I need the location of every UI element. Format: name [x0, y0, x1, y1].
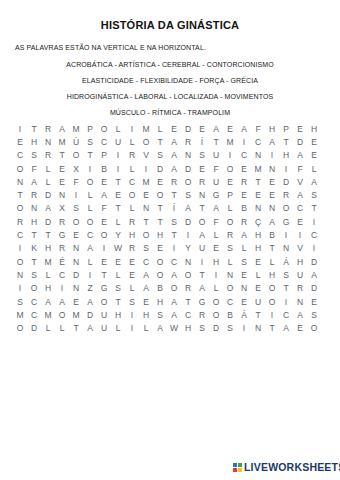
grid-cell[interactable]: H — [139, 308, 153, 321]
grid-cell[interactable]: A — [279, 321, 293, 334]
grid-cell[interactable]: L — [125, 162, 139, 175]
grid-cell[interactable]: L — [83, 202, 97, 215]
grid-cell[interactable]: C — [13, 149, 27, 162]
grid-cell[interactable]: E — [307, 135, 321, 148]
grid-cell[interactable]: L — [41, 162, 55, 175]
grid-cell[interactable]: F — [293, 162, 307, 175]
grid-cell[interactable]: O — [167, 282, 181, 295]
grid-cell[interactable]: D — [41, 188, 55, 201]
grid-cell[interactable]: S — [125, 295, 139, 308]
grid-cell[interactable]: A — [167, 268, 181, 281]
grid-cell[interactable]: I — [83, 268, 97, 281]
grid-cell[interactable]: C — [181, 308, 195, 321]
grid-cell[interactable]: C — [223, 295, 237, 308]
grid-cell[interactable]: S — [139, 242, 153, 255]
grid-cell[interactable]: L — [209, 228, 223, 241]
grid-cell[interactable]: Í — [167, 202, 181, 215]
grid-cell[interactable]: N — [41, 135, 55, 148]
grid-cell[interactable]: B — [223, 308, 237, 321]
grid-cell[interactable]: M — [223, 135, 237, 148]
grid-cell[interactable]: E — [251, 255, 265, 268]
grid-cell[interactable]: H — [27, 215, 41, 228]
grid-cell[interactable]: T — [97, 268, 111, 281]
grid-cell[interactable]: R — [41, 122, 55, 135]
grid-cell[interactable]: T — [153, 135, 167, 148]
grid-cell[interactable]: A — [153, 321, 167, 334]
grid-cell[interactable]: I — [181, 228, 195, 241]
grid-cell[interactable]: A — [167, 295, 181, 308]
grid-cell[interactable]: R — [279, 188, 293, 201]
grid-cell[interactable]: O — [69, 215, 83, 228]
grid-cell[interactable]: M — [139, 122, 153, 135]
grid-cell[interactable]: N — [251, 149, 265, 162]
grid-cell[interactable]: R — [237, 175, 251, 188]
grid-cell[interactable]: O — [307, 321, 321, 334]
grid-cell[interactable]: R — [195, 175, 209, 188]
grid-cell[interactable]: A — [195, 228, 209, 241]
grid-cell[interactable]: I — [13, 282, 27, 295]
grid-cell[interactable]: O — [13, 321, 27, 334]
grid-cell[interactable]: N — [181, 255, 195, 268]
grid-cell[interactable]: L — [265, 255, 279, 268]
grid-cell[interactable]: A — [167, 135, 181, 148]
grid-cell[interactable]: E — [195, 122, 209, 135]
grid-cell[interactable]: V — [139, 149, 153, 162]
grid-cell[interactable]: T — [27, 122, 41, 135]
grid-cell[interactable]: G — [209, 188, 223, 201]
grid-cell[interactable]: M — [139, 175, 153, 188]
grid-cell[interactable]: T — [139, 215, 153, 228]
grid-cell[interactable]: C — [307, 228, 321, 241]
grid-cell[interactable]: U — [97, 308, 111, 321]
grid-cell[interactable]: E — [125, 268, 139, 281]
grid-cell[interactable]: O — [13, 255, 27, 268]
grid-cell[interactable]: L — [223, 202, 237, 215]
grid-cell[interactable]: U — [209, 149, 223, 162]
grid-cell[interactable]: I — [195, 255, 209, 268]
grid-cell[interactable]: A — [167, 162, 181, 175]
grid-cell[interactable]: T — [195, 268, 209, 281]
grid-cell[interactable]: S — [167, 215, 181, 228]
grid-cell[interactable]: H — [265, 268, 279, 281]
grid-cell[interactable]: O — [195, 215, 209, 228]
grid-cell[interactable]: N — [69, 255, 83, 268]
grid-cell[interactable]: L — [139, 321, 153, 334]
grid-cell[interactable]: E — [153, 242, 167, 255]
grid-cell[interactable]: I — [125, 122, 139, 135]
grid-cell[interactable]: E — [251, 188, 265, 201]
grid-cell[interactable]: I — [111, 149, 125, 162]
grid-cell[interactable]: F — [251, 122, 265, 135]
grid-cell[interactable]: A — [167, 308, 181, 321]
grid-cell[interactable]: N — [69, 282, 83, 295]
grid-cell[interactable]: R — [167, 175, 181, 188]
grid-cell[interactable]: D — [307, 255, 321, 268]
grid-cell[interactable]: H — [27, 135, 41, 148]
grid-cell[interactable]: U — [195, 242, 209, 255]
grid-cell[interactable]: T — [83, 149, 97, 162]
grid-cell[interactable]: T — [265, 321, 279, 334]
grid-cell[interactable]: E — [209, 242, 223, 255]
grid-cell[interactable]: E — [97, 215, 111, 228]
grid-cell[interactable]: O — [209, 308, 223, 321]
grid-cell[interactable]: S — [307, 188, 321, 201]
grid-cell[interactable]: C — [279, 308, 293, 321]
grid-cell[interactable]: U — [111, 135, 125, 148]
grid-cell[interactable]: L — [111, 321, 125, 334]
grid-cell[interactable]: S — [195, 149, 209, 162]
grid-cell[interactable]: N — [265, 162, 279, 175]
grid-cell[interactable]: D — [307, 282, 321, 295]
grid-cell[interactable]: S — [237, 255, 251, 268]
grid-cell[interactable]: R — [13, 215, 27, 228]
grid-cell[interactable]: A — [41, 202, 55, 215]
grid-cell[interactable]: I — [125, 308, 139, 321]
grid-cell[interactable]: I — [307, 215, 321, 228]
grid-cell[interactable]: M — [55, 135, 69, 148]
grid-cell[interactable]: E — [55, 175, 69, 188]
grid-cell[interactable]: E — [195, 162, 209, 175]
grid-cell[interactable]: A — [209, 122, 223, 135]
grid-cell[interactable]: É — [55, 255, 69, 268]
grid-cell[interactable]: T — [181, 295, 195, 308]
grid-cell[interactable]: Í — [195, 135, 209, 148]
grid-cell[interactable]: L — [223, 255, 237, 268]
grid-cell[interactable]: L — [125, 135, 139, 148]
grid-cell[interactable]: S — [279, 268, 293, 281]
grid-cell[interactable]: H — [41, 242, 55, 255]
grid-cell[interactable]: Á — [279, 255, 293, 268]
grid-cell[interactable]: L — [83, 188, 97, 201]
grid-cell[interactable]: O — [153, 188, 167, 201]
grid-cell[interactable]: L — [111, 215, 125, 228]
grid-cell[interactable]: D — [209, 321, 223, 334]
grid-cell[interactable]: R — [125, 242, 139, 255]
grid-cell[interactable]: M — [41, 255, 55, 268]
grid-cell[interactable]: S — [69, 202, 83, 215]
grid-cell[interactable]: Ç — [251, 215, 265, 228]
grid-cell[interactable]: D — [41, 215, 55, 228]
grid-cell[interactable]: C — [13, 228, 27, 241]
grid-cell[interactable]: O — [27, 282, 41, 295]
grid-cell[interactable]: L — [307, 162, 321, 175]
grid-cell[interactable]: A — [293, 149, 307, 162]
grid-cell[interactable]: C — [251, 135, 265, 148]
grid-cell[interactable]: A — [307, 268, 321, 281]
grid-cell[interactable]: F — [69, 175, 83, 188]
grid-cell[interactable]: N — [237, 282, 251, 295]
grid-cell[interactable]: V — [293, 242, 307, 255]
grid-cell[interactable]: A — [27, 175, 41, 188]
grid-cell[interactable]: O — [125, 188, 139, 201]
grid-cell[interactable]: I — [279, 295, 293, 308]
grid-cell[interactable]: L — [55, 321, 69, 334]
grid-cell[interactable]: R — [125, 149, 139, 162]
grid-cell[interactable]: E — [69, 228, 83, 241]
grid-cell[interactable]: O — [83, 215, 97, 228]
grid-cell[interactable]: H — [125, 228, 139, 241]
grid-cell[interactable]: E — [293, 215, 307, 228]
grid-cell[interactable]: O — [69, 149, 83, 162]
grid-cell[interactable]: F — [27, 162, 41, 175]
liveworksheets-footer[interactable]: LIVEWORKSHEETS — [233, 461, 340, 473]
grid-cell[interactable]: O — [223, 282, 237, 295]
grid-cell[interactable]: L — [153, 122, 167, 135]
grid-cell[interactable]: H — [251, 242, 265, 255]
grid-cell[interactable]: A — [55, 122, 69, 135]
grid-cell[interactable]: I — [265, 308, 279, 321]
grid-cell[interactable]: I — [55, 282, 69, 295]
grid-cell[interactable]: T — [265, 242, 279, 255]
grid-cell[interactable]: W — [111, 242, 125, 255]
grid-cell[interactable]: C — [237, 149, 251, 162]
grid-cell[interactable]: M — [69, 122, 83, 135]
grid-cell[interactable]: C — [83, 228, 97, 241]
grid-cell[interactable]: E — [125, 255, 139, 268]
grid-cell[interactable]: D — [83, 308, 97, 321]
grid-cell[interactable]: Z — [83, 282, 97, 295]
grid-cell[interactable]: B — [237, 202, 251, 215]
grid-cell[interactable]: A — [209, 202, 223, 215]
grid-cell[interactable]: T — [195, 202, 209, 215]
grid-cell[interactable]: T — [111, 202, 125, 215]
grid-cell[interactable]: O — [265, 282, 279, 295]
grid-cell[interactable]: Á — [237, 308, 251, 321]
grid-cell[interactable]: F — [209, 162, 223, 175]
grid-cell[interactable]: H — [153, 295, 167, 308]
grid-cell[interactable]: O — [153, 255, 167, 268]
grid-cell[interactable]: M — [251, 162, 265, 175]
grid-cell[interactable]: T — [279, 135, 293, 148]
grid-cell[interactable]: E — [307, 149, 321, 162]
grid-cell[interactable]: U — [97, 321, 111, 334]
grid-cell[interactable]: Y — [181, 242, 195, 255]
grid-cell[interactable]: D — [27, 321, 41, 334]
grid-cell[interactable]: S — [181, 188, 195, 201]
grid-cell[interactable]: R — [237, 215, 251, 228]
grid-cell[interactable]: A — [97, 188, 111, 201]
grid-cell[interactable]: A — [83, 295, 97, 308]
grid-cell[interactable]: I — [279, 162, 293, 175]
grid-cell[interactable]: S — [195, 321, 209, 334]
grid-cell[interactable]: I — [223, 149, 237, 162]
grid-cell[interactable]: D — [279, 175, 293, 188]
grid-cell[interactable]: E — [111, 188, 125, 201]
grid-cell[interactable]: P — [223, 188, 237, 201]
grid-cell[interactable]: O — [13, 162, 27, 175]
grid-cell[interactable]: S — [13, 295, 27, 308]
grid-cell[interactable]: M — [41, 308, 55, 321]
grid-cell[interactable]: N — [69, 242, 83, 255]
grid-cell[interactable]: N — [195, 188, 209, 201]
grid-cell[interactable]: A — [293, 188, 307, 201]
grid-cell[interactable]: I — [265, 149, 279, 162]
grid-cell[interactable]: I — [13, 242, 27, 255]
grid-cell[interactable]: I — [307, 242, 321, 255]
grid-cell[interactable]: E — [307, 295, 321, 308]
grid-cell[interactable]: O — [139, 135, 153, 148]
grid-cell[interactable]: A — [139, 282, 153, 295]
grid-cell[interactable]: E — [139, 188, 153, 201]
grid-cell[interactable]: E — [251, 282, 265, 295]
grid-cell[interactable]: O — [139, 228, 153, 241]
grid-cell[interactable]: G — [97, 282, 111, 295]
grid-cell[interactable]: A — [307, 175, 321, 188]
grid-cell[interactable]: L — [83, 255, 97, 268]
grid-cell[interactable]: K — [27, 242, 41, 255]
grid-cell[interactable]: O — [181, 175, 195, 188]
grid-cell[interactable]: L — [125, 202, 139, 215]
grid-cell[interactable]: G — [279, 215, 293, 228]
grid-cell[interactable]: E — [97, 255, 111, 268]
grid-cell[interactable]: R — [55, 242, 69, 255]
grid-cell[interactable]: U — [251, 295, 265, 308]
grid-cell[interactable]: E — [237, 162, 251, 175]
grid-cell[interactable]: T — [41, 228, 55, 241]
grid-cell[interactable]: I — [125, 321, 139, 334]
grid-cell[interactable]: R — [41, 149, 55, 162]
grid-cell[interactable]: D — [293, 135, 307, 148]
grid-cell[interactable]: A — [41, 295, 55, 308]
grid-cell[interactable]: C — [293, 202, 307, 215]
grid-cell[interactable]: A — [237, 228, 251, 241]
grid-cell[interactable]: I — [237, 135, 251, 148]
grid-cell[interactable]: S — [153, 149, 167, 162]
grid-cell[interactable]: T — [153, 202, 167, 215]
grid-cell[interactable]: N — [279, 242, 293, 255]
grid-cell[interactable]: Y — [111, 228, 125, 241]
grid-cell[interactable]: O — [97, 295, 111, 308]
grid-cell[interactable]: O — [223, 215, 237, 228]
grid-cell[interactable]: H — [265, 122, 279, 135]
grid-cell[interactable]: I — [97, 242, 111, 255]
grid-cell[interactable]: I — [111, 162, 125, 175]
grid-cell[interactable]: R — [195, 308, 209, 321]
grid-cell[interactable]: N — [27, 202, 41, 215]
grid-cell[interactable]: N — [181, 149, 195, 162]
grid-cell[interactable]: P — [97, 149, 111, 162]
grid-cell[interactable]: R — [181, 135, 195, 148]
grid-cell[interactable]: U — [209, 175, 223, 188]
grid-cell[interactable]: G — [195, 295, 209, 308]
grid-cell[interactable]: L — [41, 321, 55, 334]
grid-cell[interactable]: H — [209, 255, 223, 268]
grid-cell[interactable]: M — [13, 308, 27, 321]
grid-cell[interactable]: S — [27, 149, 41, 162]
grid-cell[interactable]: A — [237, 122, 251, 135]
grid-cell[interactable]: H — [153, 228, 167, 241]
grid-cell[interactable]: T — [27, 228, 41, 241]
grid-cell[interactable]: E — [139, 295, 153, 308]
grid-cell[interactable]: T — [251, 308, 265, 321]
grid-cell[interactable]: T — [27, 255, 41, 268]
grid-cell[interactable]: I — [293, 228, 307, 241]
grid-cell[interactable]: O — [223, 162, 237, 175]
grid-cell[interactable]: E — [55, 162, 69, 175]
grid-cell[interactable]: H — [251, 228, 265, 241]
grid-cell[interactable]: A — [293, 308, 307, 321]
grid-cell[interactable]: D — [181, 122, 195, 135]
grid-cell[interactable]: N — [251, 202, 265, 215]
grid-cell[interactable]: O — [279, 202, 293, 215]
grid-cell[interactable]: C — [27, 308, 41, 321]
grid-cell[interactable]: I — [83, 162, 97, 175]
grid-cell[interactable]: U — [293, 268, 307, 281]
grid-cell[interactable]: N — [223, 268, 237, 281]
grid-cell[interactable]: X — [69, 162, 83, 175]
grid-cell[interactable]: W — [167, 321, 181, 334]
grid-cell[interactable]: N — [251, 321, 265, 334]
grid-cell[interactable]: O — [265, 295, 279, 308]
grid-cell[interactable]: S — [307, 308, 321, 321]
grid-cell[interactable]: A — [195, 282, 209, 295]
grid-cell[interactable]: I — [167, 242, 181, 255]
grid-cell[interactable]: H — [293, 255, 307, 268]
grid-cell[interactable]: S — [27, 268, 41, 281]
grid-cell[interactable]: T — [167, 228, 181, 241]
grid-cell[interactable]: T — [111, 175, 125, 188]
grid-cell[interactable]: N — [265, 202, 279, 215]
grid-cell[interactable]: I — [139, 162, 153, 175]
grid-cell[interactable]: O — [83, 175, 97, 188]
grid-cell[interactable]: C — [55, 268, 69, 281]
grid-cell[interactable]: R — [181, 282, 195, 295]
grid-cell[interactable]: F — [209, 215, 223, 228]
grid-cell[interactable]: T — [307, 202, 321, 215]
grid-cell[interactable]: A — [55, 295, 69, 308]
grid-cell[interactable]: C — [139, 255, 153, 268]
grid-cell[interactable]: C — [125, 175, 139, 188]
grid-cell[interactable]: E — [111, 255, 125, 268]
grid-cell[interactable]: E — [13, 135, 27, 148]
grid-cell[interactable]: O — [209, 295, 223, 308]
grid-cell[interactable]: O — [97, 228, 111, 241]
grid-cell[interactable]: N — [13, 175, 27, 188]
grid-cell[interactable]: R — [223, 228, 237, 241]
grid-cell[interactable]: I — [69, 188, 83, 201]
grid-cell[interactable]: I — [237, 321, 251, 334]
grid-cell[interactable]: D — [181, 215, 195, 228]
grid-cell[interactable]: E — [69, 295, 83, 308]
grid-cell[interactable]: A — [265, 135, 279, 148]
grid-cell[interactable]: F — [97, 202, 111, 215]
grid-cell[interactable]: H — [181, 321, 195, 334]
grid-cell[interactable]: E — [265, 188, 279, 201]
grid-cell[interactable]: O — [55, 308, 69, 321]
grid-cell[interactable]: T — [69, 321, 83, 334]
grid-cell[interactable]: E — [167, 122, 181, 135]
grid-cell[interactable]: T — [167, 188, 181, 201]
grid-cell[interactable]: L — [111, 268, 125, 281]
grid-cell[interactable]: E — [153, 175, 167, 188]
grid-cell[interactable]: P — [279, 122, 293, 135]
grid-cell[interactable]: H — [41, 282, 55, 295]
grid-cell[interactable]: S — [153, 308, 167, 321]
grid-cell[interactable]: L — [111, 122, 125, 135]
grid-cell[interactable]: H — [279, 149, 293, 162]
grid-cell[interactable]: A — [265, 215, 279, 228]
grid-cell[interactable]: D — [69, 268, 83, 281]
grid-cell[interactable]: L — [237, 242, 251, 255]
grid-cell[interactable]: A — [167, 149, 181, 162]
grid-cell[interactable]: D — [153, 162, 167, 175]
grid-cell[interactable]: S — [223, 321, 237, 334]
grid-cell[interactable]: E — [223, 122, 237, 135]
grid-cell[interactable]: C — [97, 135, 111, 148]
grid-cell[interactable]: O — [181, 268, 195, 281]
grid-cell[interactable]: E — [237, 268, 251, 281]
grid-cell[interactable]: E — [265, 175, 279, 188]
